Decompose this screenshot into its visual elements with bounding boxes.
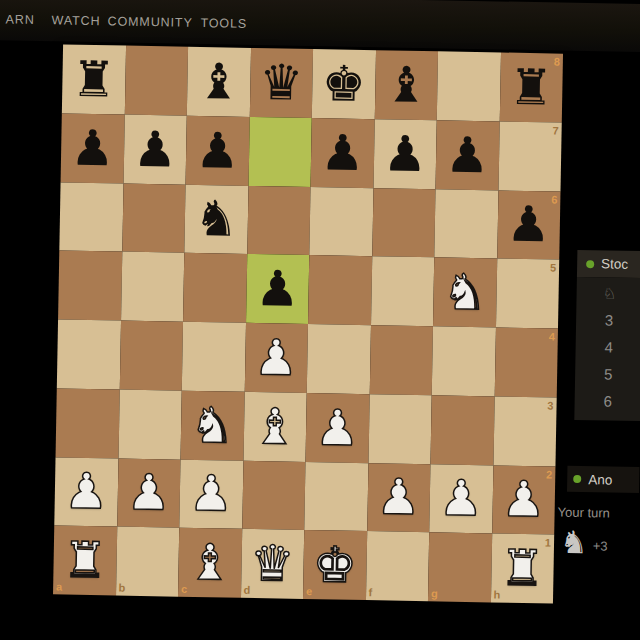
piece-black-bishop[interactable]: ♝ <box>196 57 241 107</box>
square-e1[interactable]: e♚ <box>303 530 367 600</box>
piece-black-rook[interactable]: ♜ <box>509 63 554 113</box>
square-h7[interactable]: 7 <box>498 121 562 191</box>
square-d8[interactable]: ♛ <box>249 48 313 118</box>
piece-black-rook[interactable]: ♜ <box>71 55 116 105</box>
square-b1[interactable]: b <box>116 527 180 597</box>
opponent-online-dot <box>586 260 594 268</box>
square-a3[interactable] <box>56 388 120 458</box>
move-number-6[interactable]: 6 <box>603 392 612 410</box>
square-d2[interactable] <box>242 460 306 530</box>
piece-black-pawn[interactable]: ♟ <box>445 130 490 180</box>
piece-white-rook[interactable]: ♜ <box>62 536 107 586</box>
material-advantage: +3 <box>593 532 608 553</box>
square-h3[interactable]: 3 <box>493 396 557 466</box>
square-h4[interactable]: 4 <box>494 327 558 397</box>
piece-white-pawn[interactable]: ♟ <box>126 468 171 518</box>
square-a2[interactable]: ♟ <box>54 457 118 527</box>
rank-label-2: 2 <box>546 469 552 480</box>
move-number-5[interactable]: 5 <box>604 365 613 383</box>
nav-items: ARNWATCHCOMMUNITYTOOLS <box>0 0 640 5</box>
square-a8[interactable]: ♜ <box>62 44 126 114</box>
square-c8[interactable]: ♝ <box>187 47 251 117</box>
opponent-header[interactable]: Stoc <box>577 250 640 278</box>
square-a7[interactable]: ♟ <box>61 113 125 183</box>
move-list[interactable]: ♘3456 <box>574 277 640 421</box>
piece-white-pawn[interactable]: ♟ <box>189 469 234 519</box>
square-d5[interactable]: ♟ <box>246 254 310 324</box>
nav-item-learn[interactable]: ARN <box>5 12 34 27</box>
piece-white-pawn[interactable]: ♟ <box>64 467 109 517</box>
square-f3[interactable] <box>368 394 432 464</box>
square-c1[interactable]: c♝ <box>178 528 242 598</box>
player-header[interactable]: Ano <box>567 466 639 493</box>
square-d7[interactable] <box>248 117 312 187</box>
file-label-h: h <box>493 589 500 600</box>
rank-label-1: 1 <box>545 538 551 549</box>
square-b6[interactable] <box>122 183 186 253</box>
piece-black-queen[interactable]: ♛ <box>259 58 304 108</box>
square-c7[interactable]: ♟ <box>186 115 250 185</box>
square-e4[interactable] <box>307 324 371 394</box>
nav-item-watch[interactable]: WATCH <box>51 13 100 28</box>
square-c3[interactable]: ♞ <box>181 390 245 460</box>
file-label-g: g <box>431 588 438 599</box>
piece-black-pawn[interactable]: ♟ <box>195 126 240 176</box>
move-number-3[interactable]: 3 <box>605 311 614 329</box>
square-c2[interactable]: ♟ <box>179 459 243 529</box>
square-h6[interactable]: 6♟ <box>497 190 561 260</box>
knight-icon: ♘ <box>603 284 617 302</box>
square-f5[interactable] <box>371 256 435 326</box>
square-g4[interactable] <box>432 326 496 396</box>
square-e5[interactable] <box>308 255 372 325</box>
piece-white-pawn[interactable]: ♟ <box>501 475 546 525</box>
piece-black-pawn[interactable]: ♟ <box>382 129 427 179</box>
square-b8[interactable] <box>124 46 188 116</box>
square-c4[interactable] <box>182 322 246 392</box>
piece-black-pawn[interactable]: ♟ <box>133 124 178 174</box>
square-f8[interactable]: ♝ <box>374 50 438 120</box>
piece-white-queen[interactable]: ♛ <box>250 539 295 589</box>
square-f4[interactable] <box>369 325 433 395</box>
square-b5[interactable] <box>121 252 185 322</box>
turn-indicator: Your turn <box>557 505 610 521</box>
square-g3[interactable] <box>430 395 494 465</box>
square-g5[interactable]: ♞ <box>433 258 497 328</box>
file-label-c: c <box>181 584 187 595</box>
piece-white-pawn[interactable]: ♟ <box>376 473 421 523</box>
captured-pieces: ♞ +3 <box>560 527 608 559</box>
square-a1[interactable]: a♜ <box>53 526 117 596</box>
square-g8[interactable] <box>437 51 501 121</box>
square-d4[interactable]: ♟ <box>244 323 308 393</box>
piece-black-bishop[interactable]: ♝ <box>384 60 429 110</box>
piece-black-knight[interactable]: ♞ <box>194 194 239 244</box>
piece-black-pawn[interactable]: ♟ <box>70 123 115 173</box>
nav-item-community[interactable]: COMMUNITY <box>107 14 192 30</box>
file-label-e: e <box>306 586 312 597</box>
square-a5[interactable] <box>58 251 122 321</box>
square-g6[interactable] <box>434 189 498 259</box>
square-c6[interactable]: ♞ <box>184 184 248 254</box>
square-a6[interactable] <box>59 182 123 252</box>
rank-label-4: 4 <box>549 331 555 342</box>
piece-black-pawn[interactable]: ♟ <box>320 128 365 178</box>
piece-white-pawn[interactable]: ♟ <box>439 474 484 524</box>
square-b4[interactable] <box>119 321 183 391</box>
square-d3[interactable]: ♝ <box>243 392 307 462</box>
square-e6[interactable] <box>309 187 373 257</box>
file-label-d: d <box>244 585 251 596</box>
square-f7[interactable]: ♟ <box>373 119 437 189</box>
rank-label-5: 5 <box>550 263 556 274</box>
piece-black-pawn[interactable]: ♟ <box>255 264 300 314</box>
square-b2[interactable]: ♟ <box>117 458 181 528</box>
player-name[interactable]: Ano <box>588 472 612 487</box>
player-online-dot <box>573 475 581 483</box>
square-h8[interactable]: 8♜ <box>499 52 563 122</box>
rank-label-8: 8 <box>554 56 560 67</box>
piece-white-pawn[interactable]: ♟ <box>315 403 360 453</box>
rank-label-7: 7 <box>552 125 558 136</box>
square-b7[interactable]: ♟ <box>123 114 187 184</box>
square-e8[interactable]: ♚ <box>312 49 376 119</box>
square-h2[interactable]: 2♟ <box>492 465 556 535</box>
opponent-name[interactable]: Stoc <box>601 256 628 271</box>
file-label-a: a <box>56 581 62 592</box>
captured-knight-icon: ♞ <box>560 527 588 559</box>
square-g1[interactable]: g <box>428 533 492 603</box>
square-c5[interactable] <box>183 253 247 323</box>
file-label-b: b <box>119 583 126 594</box>
piece-white-pawn[interactable]: ♟ <box>254 333 299 383</box>
square-b3[interactable] <box>118 389 182 459</box>
nav-item-tools[interactable]: TOOLS <box>200 16 247 31</box>
move-number-4[interactable]: 4 <box>604 338 613 356</box>
rank-label-6: 6 <box>551 194 557 205</box>
chess-board[interactable]: ♜♝♛♚♝8♜♟♟♟♟♟♟7♞6♟♟♞5♟4♞♝♟3♟♟♟♟♟2♟a♜bc♝d♛… <box>53 44 563 603</box>
piece-black-pawn[interactable]: ♟ <box>506 200 551 250</box>
piece-white-knight[interactable]: ♞ <box>190 400 235 450</box>
square-a4[interactable] <box>57 319 121 389</box>
rank-label-3: 3 <box>547 400 553 411</box>
square-d1[interactable]: d♛ <box>240 529 304 599</box>
piece-white-knight[interactable]: ♞ <box>442 268 487 318</box>
square-e7[interactable]: ♟ <box>311 118 375 188</box>
piece-white-bishop[interactable]: ♝ <box>187 538 232 588</box>
piece-white-rook[interactable]: ♜ <box>500 544 545 594</box>
square-e2[interactable] <box>304 461 368 531</box>
square-g7[interactable]: ♟ <box>436 120 500 190</box>
photo-scene: ARNWATCHCOMMUNITYTOOLS ♜♝♛♚♝8♜♟♟♟♟♟♟7♞6♟… <box>0 0 640 640</box>
file-label-f: f <box>369 587 373 598</box>
square-h5[interactable]: 5 <box>495 259 559 329</box>
piece-white-king[interactable]: ♚ <box>312 540 357 590</box>
square-e3[interactable]: ♟ <box>305 393 369 463</box>
piece-black-king[interactable]: ♚ <box>321 59 366 109</box>
piece-white-bishop[interactable]: ♝ <box>252 402 297 452</box>
square-f6[interactable] <box>372 188 436 258</box>
square-h1[interactable]: 1h♜ <box>490 534 554 604</box>
square-g2[interactable]: ♟ <box>429 464 493 534</box>
square-f1[interactable]: f <box>365 531 429 601</box>
square-f2[interactable]: ♟ <box>367 463 431 533</box>
square-d6[interactable] <box>247 185 311 255</box>
